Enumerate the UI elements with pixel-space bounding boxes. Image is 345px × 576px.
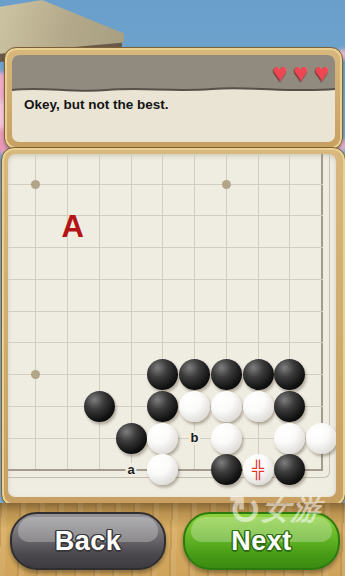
point-label-a[interactable]: a (125, 463, 136, 477)
stone-black (274, 359, 305, 390)
star-point (222, 180, 231, 189)
grid-line-vertical (194, 154, 195, 471)
go-board[interactable]: ╬abA (8, 154, 336, 497)
stone-white (147, 454, 178, 485)
stone-black (274, 454, 305, 485)
dialog-text: Okey, but not the best. (24, 97, 169, 112)
stone-black (243, 359, 274, 390)
heart-icon: ♥ (314, 60, 329, 85)
stone-white (179, 391, 210, 422)
grid-line-vertical (35, 154, 36, 471)
stone-black (84, 391, 115, 422)
grid-line-horizontal (8, 184, 323, 185)
stone-white (211, 391, 242, 422)
zone-label-A: A (61, 209, 83, 245)
stone-white: ╬ (243, 454, 274, 485)
grid-line-vertical (67, 154, 68, 471)
stone-black (147, 391, 178, 422)
grid-line-horizontal (8, 215, 323, 216)
stone-black (211, 359, 242, 390)
point-label-b[interactable]: b (189, 431, 201, 445)
star-point (31, 180, 40, 189)
message-panel-inner: ♥♥♥ Okey, but not the best. (12, 55, 335, 142)
stone-white (211, 423, 242, 454)
grid-line-horizontal (8, 311, 323, 312)
grid-line-horizontal (8, 247, 323, 248)
stone-black (147, 359, 178, 390)
next-button[interactable]: Next (183, 512, 340, 570)
back-button-label: Back (55, 526, 122, 557)
message-panel: ♥♥♥ Okey, but not the best. (4, 47, 343, 150)
next-button-label: Next (231, 526, 292, 557)
stone-white (243, 391, 274, 422)
heart-icon: ♥ (293, 60, 308, 85)
stone-black (211, 454, 242, 485)
stone-black (116, 423, 147, 454)
back-button[interactable]: Back (10, 512, 166, 570)
grid-line-horizontal (8, 279, 323, 280)
stone-white (147, 423, 178, 454)
grid-line-horizontal (8, 342, 323, 343)
app-screen: ♥♥♥ Okey, but not the best. ╬abA Back Ne… (0, 0, 345, 576)
hearts-lives: ♥♥♥ (266, 57, 329, 87)
stone-black (179, 359, 210, 390)
stone-white (274, 423, 305, 454)
heart-icon: ♥ (272, 60, 287, 85)
star-point (31, 370, 40, 379)
stone-black (274, 391, 305, 422)
last-move-marker-icon: ╬ (252, 461, 264, 478)
stone-white (306, 423, 336, 454)
grid-line-vertical (258, 154, 259, 471)
grid-line-vertical (99, 154, 100, 471)
